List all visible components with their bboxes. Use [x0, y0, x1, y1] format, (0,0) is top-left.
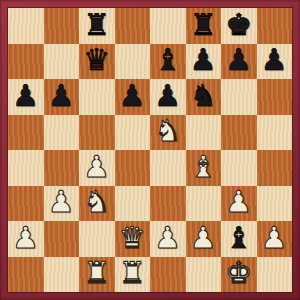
square-f8[interactable]: ♜ — [186, 8, 222, 44]
black-bishop-g2: ♝ — [225, 223, 252, 253]
square-d1[interactable]: ♜ — [115, 257, 151, 293]
square-g1[interactable]: ♚ — [221, 257, 257, 293]
square-a8[interactable] — [8, 8, 44, 44]
square-b5[interactable] — [44, 115, 80, 151]
square-c8[interactable]: ♜ — [79, 8, 115, 44]
square-c5[interactable] — [79, 115, 115, 151]
square-e6[interactable]: ♟ — [150, 79, 186, 115]
square-b7[interactable] — [44, 44, 80, 80]
white-knight-c3: ♞ — [83, 187, 110, 217]
square-g2[interactable]: ♝ — [221, 221, 257, 257]
black-pawn-d6: ♟ — [119, 81, 146, 111]
chess-board: ♜♜♚♛♝♟♟♟♟♟♟♟♞♞♟♝♟♞♟♟♛♟♟♝♟♜♜♚ — [8, 8, 292, 292]
square-e2[interactable]: ♟ — [150, 221, 186, 257]
square-d6[interactable]: ♟ — [115, 79, 151, 115]
white-pawn-e2: ♟ — [154, 223, 181, 253]
white-pawn-h2: ♟ — [261, 223, 288, 253]
black-pawn-f7: ♟ — [190, 45, 217, 75]
white-pawn-a2: ♟ — [12, 223, 39, 253]
square-a2[interactable]: ♟ — [8, 221, 44, 257]
square-c6[interactable] — [79, 79, 115, 115]
square-a6[interactable]: ♟ — [8, 79, 44, 115]
square-d8[interactable] — [115, 8, 151, 44]
black-bishop-e7: ♝ — [154, 45, 181, 75]
square-b6[interactable]: ♟ — [44, 79, 80, 115]
square-e8[interactable] — [150, 8, 186, 44]
black-rook-c8: ♜ — [83, 10, 110, 40]
square-c7[interactable]: ♛ — [79, 44, 115, 80]
square-h4[interactable] — [257, 150, 293, 186]
square-a1[interactable] — [8, 257, 44, 293]
black-pawn-e6: ♟ — [154, 81, 181, 111]
white-knight-e5: ♞ — [154, 116, 181, 146]
square-h8[interactable] — [257, 8, 293, 44]
square-c1[interactable]: ♜ — [79, 257, 115, 293]
white-pawn-g3: ♟ — [225, 187, 252, 217]
white-pawn-b3: ♟ — [48, 187, 75, 217]
white-rook-d1: ♜ — [119, 258, 146, 288]
white-pawn-c4: ♟ — [83, 152, 110, 182]
square-b8[interactable] — [44, 8, 80, 44]
square-b2[interactable] — [44, 221, 80, 257]
square-g8[interactable]: ♚ — [221, 8, 257, 44]
black-pawn-h7: ♟ — [261, 45, 288, 75]
square-d7[interactable] — [115, 44, 151, 80]
square-c4[interactable]: ♟ — [79, 150, 115, 186]
square-h5[interactable] — [257, 115, 293, 151]
square-h1[interactable] — [257, 257, 293, 293]
black-knight-f6: ♞ — [190, 81, 217, 111]
black-king-g8: ♚ — [225, 10, 252, 40]
square-f4[interactable]: ♝ — [186, 150, 222, 186]
square-h3[interactable] — [257, 186, 293, 222]
white-pawn-f2: ♟ — [190, 223, 217, 253]
square-c2[interactable] — [79, 221, 115, 257]
square-a7[interactable] — [8, 44, 44, 80]
square-h7[interactable]: ♟ — [257, 44, 293, 80]
black-queen-c7: ♛ — [83, 45, 110, 75]
square-e3[interactable] — [150, 186, 186, 222]
white-king-g1: ♚ — [225, 258, 252, 288]
square-f5[interactable] — [186, 115, 222, 151]
square-g4[interactable] — [221, 150, 257, 186]
square-a4[interactable] — [8, 150, 44, 186]
square-b1[interactable] — [44, 257, 80, 293]
white-rook-c1: ♜ — [83, 258, 110, 288]
board-frame: ♜♜♚♛♝♟♟♟♟♟♟♟♞♞♟♝♟♞♟♟♛♟♟♝♟♜♜♚ — [0, 0, 300, 300]
square-f1[interactable] — [186, 257, 222, 293]
square-d3[interactable] — [115, 186, 151, 222]
square-e4[interactable] — [150, 150, 186, 186]
black-rook-f8: ♜ — [190, 10, 217, 40]
white-bishop-f4: ♝ — [190, 152, 217, 182]
square-d5[interactable] — [115, 115, 151, 151]
square-g6[interactable] — [221, 79, 257, 115]
square-b4[interactable] — [44, 150, 80, 186]
square-a3[interactable] — [8, 186, 44, 222]
black-pawn-g7: ♟ — [225, 45, 252, 75]
square-a5[interactable] — [8, 115, 44, 151]
square-d2[interactable]: ♛ — [115, 221, 151, 257]
square-g7[interactable]: ♟ — [221, 44, 257, 80]
square-f6[interactable]: ♞ — [186, 79, 222, 115]
square-f3[interactable] — [186, 186, 222, 222]
square-h6[interactable] — [257, 79, 293, 115]
square-e5[interactable]: ♞ — [150, 115, 186, 151]
square-c3[interactable]: ♞ — [79, 186, 115, 222]
square-d4[interactable] — [115, 150, 151, 186]
square-e1[interactable] — [150, 257, 186, 293]
square-b3[interactable]: ♟ — [44, 186, 80, 222]
black-pawn-a6: ♟ — [12, 81, 39, 111]
square-g3[interactable]: ♟ — [221, 186, 257, 222]
square-g5[interactable] — [221, 115, 257, 151]
black-pawn-b6: ♟ — [48, 81, 75, 111]
square-h2[interactable]: ♟ — [257, 221, 293, 257]
square-f7[interactable]: ♟ — [186, 44, 222, 80]
white-queen-d2: ♛ — [119, 223, 146, 253]
square-f2[interactable]: ♟ — [186, 221, 222, 257]
square-e7[interactable]: ♝ — [150, 44, 186, 80]
